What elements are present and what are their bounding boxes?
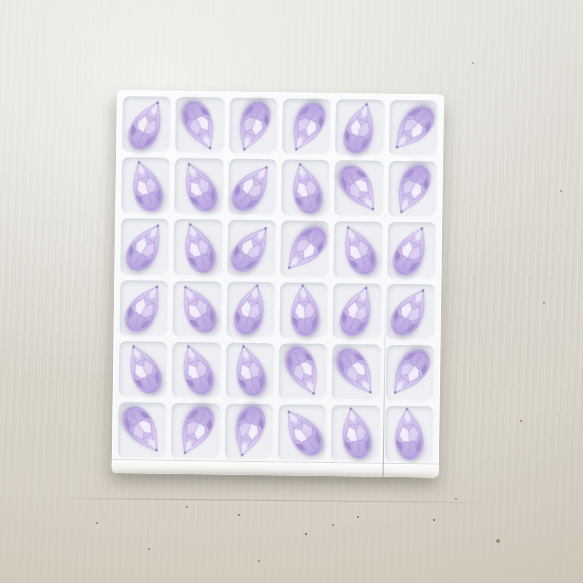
- tray-cell-r4c5: [333, 283, 382, 340]
- tray-cell-r5c2: [172, 341, 221, 398]
- tray-cell-r3c3: [227, 220, 276, 277]
- tray-cell-r1c2: [175, 97, 224, 154]
- tray-cell-r4c1: [120, 280, 169, 337]
- tray-cell-r6c4: [278, 404, 327, 461]
- crystal-bead: [326, 339, 388, 405]
- tray-cell-r4c4: [280, 282, 329, 339]
- crystal-bead: [172, 216, 225, 280]
- crystal-bead: [112, 397, 174, 463]
- crystal-bead: [384, 157, 441, 223]
- tray-cell-r1c5: [335, 99, 384, 156]
- crystal-bead: [168, 276, 227, 342]
- crystal-bead: [225, 339, 274, 401]
- tray-cell-r5c5: [332, 344, 381, 401]
- crystal-bead: [115, 336, 171, 401]
- tray-cell-r2c5: [335, 160, 384, 217]
- crystal-bead: [272, 399, 334, 465]
- tray-cell-r6c5: [331, 405, 380, 462]
- tray-cell-r5c6: [385, 344, 434, 401]
- tray-cell-r3c4: [280, 221, 329, 278]
- photo-canvas: [0, 0, 583, 583]
- crystal-bead: [115, 214, 175, 280]
- tray-cell-r6c6: [384, 406, 433, 463]
- tray-cell-r1c3: [229, 98, 278, 155]
- crystal-bead: [278, 94, 335, 160]
- crystal-bead: [170, 338, 223, 402]
- tray-cell-r3c2: [174, 219, 223, 276]
- bead-tray: [112, 90, 444, 478]
- tray-cell-r3c1: [120, 218, 169, 275]
- wood-scratch: [55, 498, 495, 504]
- crystal-bead: [330, 217, 386, 282]
- crystal-bead: [330, 279, 384, 344]
- crystal-bead: [221, 154, 283, 220]
- crystal-bead: [381, 279, 441, 345]
- crystal-bead: [335, 96, 386, 159]
- crystal-bead: [275, 339, 331, 404]
- tray-cell-r5c4: [279, 343, 328, 400]
- crystal-bead: [273, 216, 337, 282]
- crystal-bead: [383, 218, 440, 284]
- crystal-bead: [172, 93, 228, 158]
- crystal-bead: [284, 281, 325, 339]
- tray-cell-r4c3: [226, 281, 275, 338]
- tray-cell-r2c6: [388, 161, 437, 218]
- crystal-bead: [114, 275, 174, 341]
- tray-cell-r4c2: [173, 280, 222, 337]
- tray-cell-r3c6: [387, 222, 436, 279]
- tray-cell-r1c6: [389, 100, 438, 157]
- tray-cell-r1c4: [282, 98, 331, 155]
- crystal-bead: [381, 95, 445, 161]
- crystal-bead: [224, 400, 275, 463]
- crystal-bead: [120, 154, 172, 217]
- crystal-bead: [118, 92, 175, 158]
- tray-cell-r5c1: [119, 341, 168, 398]
- crystal-bead: [226, 94, 280, 159]
- tray-cell-r6c1: [118, 402, 167, 459]
- crystal-bead: [379, 340, 441, 406]
- crystal-bead: [167, 398, 224, 464]
- tray-cell-r2c2: [175, 158, 224, 215]
- tray-cell-r3c5: [334, 221, 383, 278]
- tray-cell-r2c4: [281, 159, 330, 216]
- tray-cell-r2c3: [228, 159, 277, 216]
- crystal-bead: [328, 155, 390, 221]
- tray-cell-r2c1: [121, 157, 170, 214]
- crystal-bead: [332, 403, 379, 464]
- crystal-bead: [171, 154, 227, 219]
- tray-cell-r6c2: [171, 403, 220, 460]
- crystal-bead: [281, 157, 330, 219]
- tray-cell-r1c1: [122, 96, 171, 153]
- crystal-bead: [221, 215, 283, 281]
- tray-cell-r4c6: [386, 283, 435, 340]
- tray-grid: [118, 96, 438, 462]
- crystal-bead: [389, 405, 430, 463]
- crystal-bead: [225, 278, 276, 341]
- tray-cell-r5c3: [225, 342, 274, 399]
- wood-specks: [0, 0, 2, 2]
- tray-cell-r6c3: [225, 403, 274, 460]
